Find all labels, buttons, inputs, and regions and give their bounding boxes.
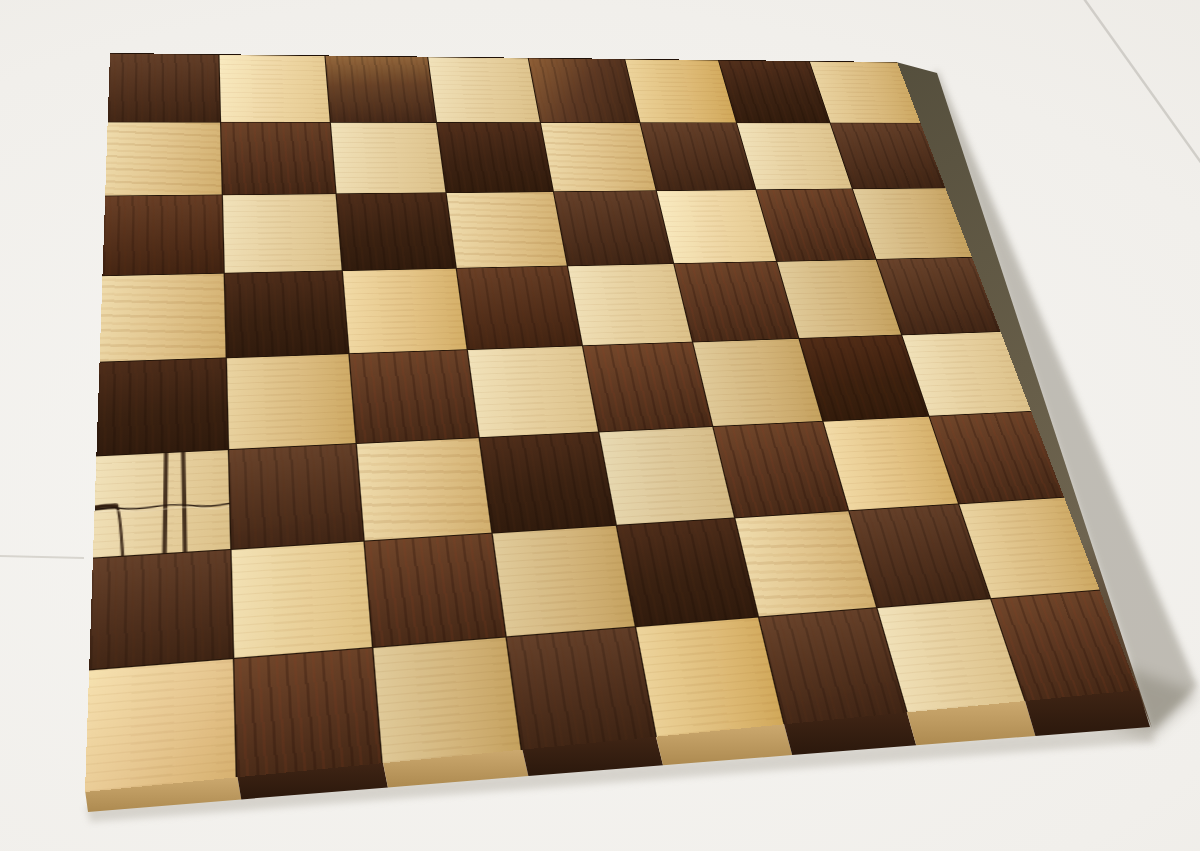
board-square bbox=[227, 354, 356, 449]
board-square bbox=[616, 518, 757, 626]
board-square bbox=[89, 550, 233, 669]
board-square bbox=[85, 659, 236, 792]
board-square bbox=[220, 55, 330, 122]
board-square bbox=[656, 190, 775, 263]
board-square bbox=[507, 627, 655, 749]
wood-crack bbox=[93, 450, 230, 557]
board-square bbox=[365, 534, 506, 647]
board-square bbox=[337, 193, 456, 270]
board-square bbox=[447, 192, 566, 268]
board-square bbox=[674, 262, 798, 342]
board-square bbox=[326, 56, 437, 122]
board-square bbox=[583, 342, 712, 431]
board-square bbox=[232, 542, 373, 658]
board-square bbox=[234, 648, 381, 777]
board-square bbox=[108, 54, 220, 122]
board-square bbox=[102, 195, 223, 275]
board-square bbox=[93, 450, 230, 557]
photo-scene bbox=[0, 0, 1200, 851]
board-square bbox=[528, 58, 639, 122]
board-square bbox=[96, 358, 228, 455]
board-square bbox=[100, 274, 226, 362]
board-square bbox=[343, 269, 467, 354]
board-square bbox=[429, 57, 540, 122]
board-square bbox=[636, 618, 784, 737]
board-square bbox=[229, 444, 363, 549]
board-square bbox=[640, 123, 755, 190]
board-square bbox=[457, 266, 581, 349]
board-square bbox=[625, 60, 736, 123]
board-square bbox=[357, 438, 492, 540]
board-square bbox=[437, 123, 552, 193]
board-square bbox=[225, 271, 349, 357]
board-square bbox=[223, 194, 342, 273]
board-square bbox=[493, 526, 634, 636]
board-square bbox=[350, 350, 479, 443]
board-square bbox=[480, 432, 615, 532]
board-square bbox=[374, 637, 521, 763]
board-square bbox=[331, 123, 446, 194]
board-square bbox=[567, 264, 691, 345]
board-square bbox=[221, 123, 336, 195]
board-square bbox=[553, 191, 672, 265]
board-square bbox=[599, 427, 734, 525]
board-square bbox=[468, 346, 597, 437]
board-square bbox=[540, 123, 655, 191]
backdrop-seam bbox=[1082, 0, 1200, 164]
board-square bbox=[105, 122, 222, 195]
backdrop-seam bbox=[0, 556, 84, 558]
